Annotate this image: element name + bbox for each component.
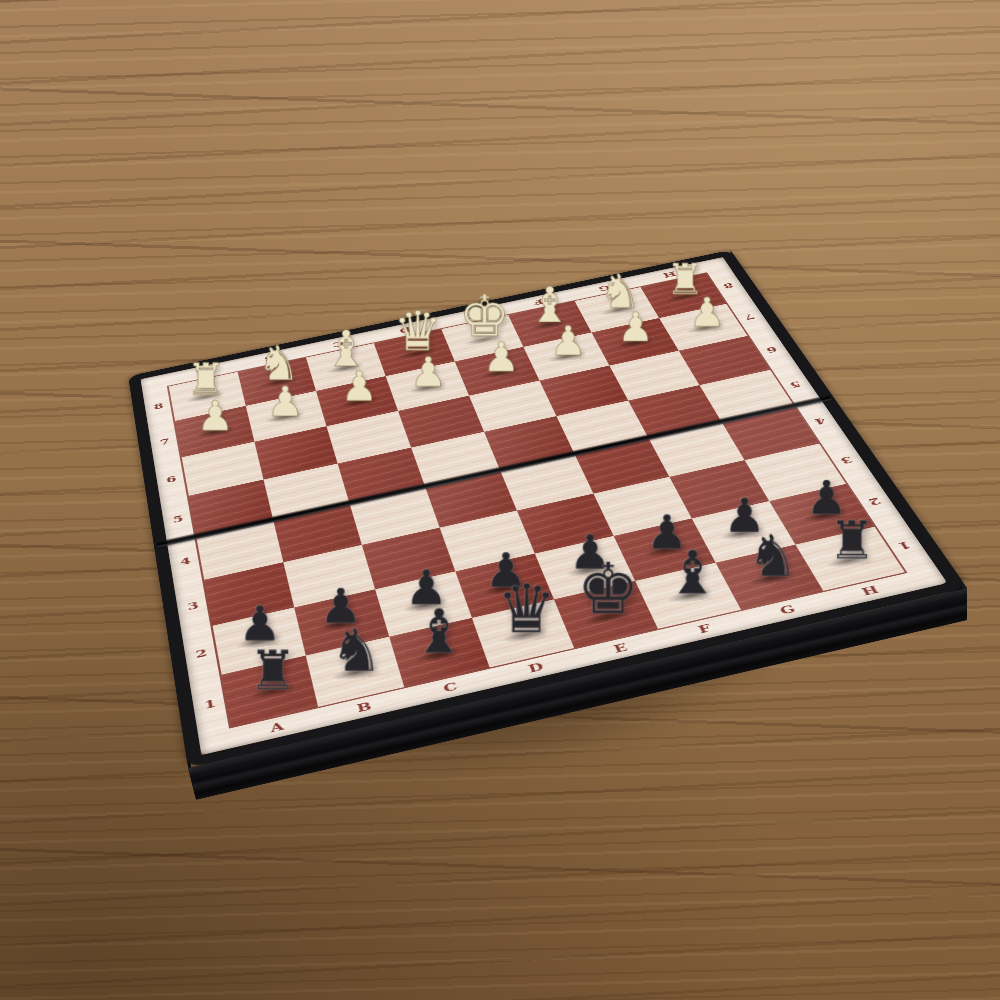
board-scene: 1122334455667788AABBCCDDEEFFGGHH♜♞♝♛♚♝♞♜… xyxy=(0,0,1000,1000)
chess-board: 1122334455667788AABBCCDDEEFFGGHH♜♞♝♛♚♝♞♜… xyxy=(128,250,967,768)
piece-black-queen-d1[interactable]: ♛ xyxy=(483,529,569,641)
piece-black-rook-a1[interactable]: ♜ xyxy=(229,583,316,697)
piece-black-knight-b1[interactable]: ♞ xyxy=(313,565,400,678)
piece-black-knight-g1[interactable]: ♞ xyxy=(730,473,815,584)
piece-black-rook-h1[interactable]: ♜ xyxy=(809,456,894,566)
piece-black-bishop-c1[interactable]: ♝ xyxy=(396,548,483,661)
piece-black-king-e1[interactable]: ♚ xyxy=(565,511,651,623)
piece-black-bishop-f1[interactable]: ♝ xyxy=(650,490,735,601)
